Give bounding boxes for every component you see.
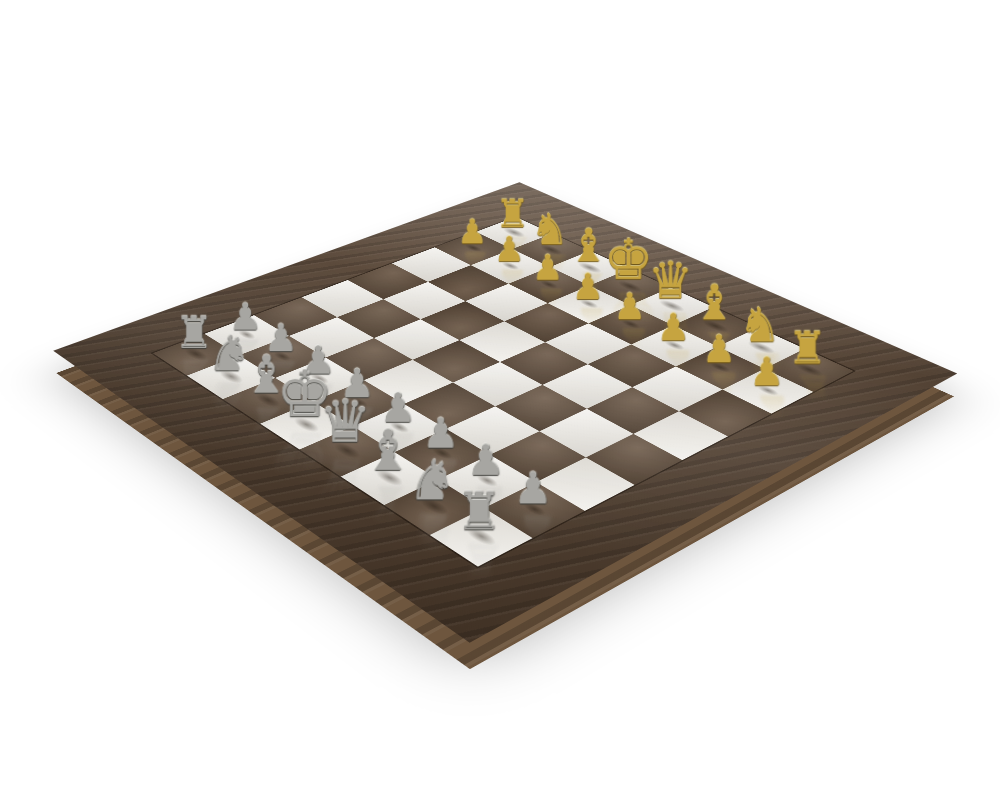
chess-board: ♜♜♞♞♝♝♚♚♛♛♝♝♞♞♜♜♟♟♟♟♟♟♟♟♟♟♟♟♟♟♟♟♟♟♟♟♟♟♟♟… xyxy=(53,182,957,642)
piece-glyph: ♟ xyxy=(720,352,813,391)
piece-glyph: ♜ xyxy=(426,486,532,538)
product-photo-scene: ♜♜♞♞♝♝♚♚♛♛♝♝♞♞♜♜♟♟♟♟♟♟♟♟♟♟♟♟♟♟♟♟♟♟♟♟♟♟♟♟… xyxy=(0,0,1000,800)
